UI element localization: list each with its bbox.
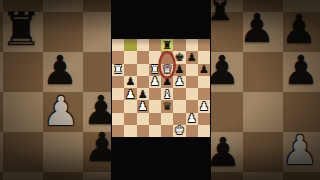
square-h4[interactable] bbox=[198, 88, 210, 100]
black-queen-piece: ♛ bbox=[162, 101, 172, 112]
square-b7[interactable] bbox=[124, 51, 136, 63]
square-b6[interactable] bbox=[124, 64, 136, 76]
square-f2[interactable] bbox=[173, 113, 185, 125]
square-f5[interactable]: ♟ bbox=[173, 76, 185, 88]
square-d8[interactable] bbox=[149, 39, 161, 51]
black-pawn-piece: ♟ bbox=[162, 76, 172, 87]
square-d7[interactable] bbox=[149, 51, 161, 63]
square-d4[interactable] bbox=[149, 88, 161, 100]
black-rook-piece: ♜ bbox=[162, 40, 172, 51]
square-b5[interactable]: ♟ bbox=[124, 76, 136, 88]
square-c3[interactable]: ♟ bbox=[137, 100, 149, 112]
black-pawn-piece: ♟ bbox=[187, 52, 197, 63]
white-rook-piece: ♜ bbox=[150, 64, 160, 75]
square-b1[interactable] bbox=[124, 125, 136, 137]
square-c4[interactable]: ♟ bbox=[137, 88, 149, 100]
square-g4[interactable] bbox=[186, 88, 198, 100]
square-d1[interactable] bbox=[149, 125, 161, 137]
square-d3[interactable] bbox=[149, 100, 161, 112]
square-e2[interactable] bbox=[161, 113, 173, 125]
white-pawn-piece: ♟ bbox=[199, 101, 209, 112]
black-pawn-piece: ♟ bbox=[125, 76, 135, 87]
white-pawn-piece: ♟ bbox=[150, 76, 160, 87]
square-d2[interactable] bbox=[149, 113, 161, 125]
square-c2[interactable] bbox=[137, 113, 149, 125]
square-e3[interactable]: ♛ bbox=[161, 100, 173, 112]
chess-board: ♜♚♟♜♜♛♟♟♟♟♟♟♟♟♝♟♛♟♟♚ bbox=[112, 39, 210, 137]
square-b2[interactable] bbox=[124, 113, 136, 125]
square-e1[interactable] bbox=[161, 125, 173, 137]
white-pawn-piece: ♟ bbox=[138, 101, 148, 112]
background-white-pawn-piece: ♟ bbox=[43, 91, 79, 131]
square-c5[interactable] bbox=[137, 76, 149, 88]
square-c7[interactable] bbox=[137, 51, 149, 63]
square-e4[interactable]: ♝ bbox=[161, 88, 173, 100]
background-black-pawn-piece: ♟ bbox=[239, 8, 275, 48]
square-h5[interactable] bbox=[198, 76, 210, 88]
square-a3[interactable] bbox=[112, 100, 124, 112]
square-b3[interactable] bbox=[124, 100, 136, 112]
white-queen-piece: ♛ bbox=[162, 64, 172, 75]
background-black-pawn-piece: ♟ bbox=[281, 9, 317, 49]
background-white-pawn-piece: ♟ bbox=[282, 130, 318, 170]
square-g1[interactable] bbox=[186, 125, 198, 137]
background-black-pawn-piece: ♟ bbox=[283, 50, 319, 90]
square-c8[interactable] bbox=[137, 39, 149, 51]
white-pawn-piece: ♟ bbox=[187, 113, 197, 124]
square-a8[interactable] bbox=[112, 39, 124, 51]
square-d5[interactable]: ♟ bbox=[149, 76, 161, 88]
square-b4[interactable]: ♟ bbox=[124, 88, 136, 100]
black-pawn-piece: ♟ bbox=[199, 64, 209, 75]
black-pawn-piece: ♟ bbox=[138, 89, 148, 100]
black-king-piece: ♚ bbox=[174, 52, 184, 63]
video-frame: ♜♟♟♟♟♝♟♟♟♟♟♟ ♜♚♟♜♜♛♟♟♟♟♟♟♟♟♝♟♛♟♟♚ bbox=[0, 0, 320, 180]
square-g2[interactable]: ♟ bbox=[186, 113, 198, 125]
square-g3[interactable] bbox=[186, 100, 198, 112]
square-f1[interactable]: ♚ bbox=[173, 125, 185, 137]
square-c1[interactable] bbox=[137, 125, 149, 137]
square-h8[interactable] bbox=[198, 39, 210, 51]
square-d6[interactable]: ♜ bbox=[149, 64, 161, 76]
square-a7[interactable] bbox=[112, 51, 124, 63]
square-h1[interactable] bbox=[198, 125, 210, 137]
square-h6[interactable]: ♟ bbox=[198, 64, 210, 76]
white-bishop-piece: ♝ bbox=[162, 89, 172, 100]
square-f6[interactable]: ♟ bbox=[173, 64, 185, 76]
square-h2[interactable] bbox=[198, 113, 210, 125]
square-f3[interactable] bbox=[173, 100, 185, 112]
background-black-pawn-piece: ♟ bbox=[42, 50, 78, 90]
square-h3[interactable]: ♟ bbox=[198, 100, 210, 112]
white-pawn-piece: ♟ bbox=[125, 89, 135, 100]
square-c6[interactable] bbox=[137, 64, 149, 76]
square-e8[interactable]: ♜ bbox=[161, 39, 173, 51]
square-a2[interactable] bbox=[112, 113, 124, 125]
square-g7[interactable]: ♟ bbox=[186, 51, 198, 63]
square-f8[interactable] bbox=[173, 39, 185, 51]
square-f7[interactable]: ♚ bbox=[173, 51, 185, 63]
square-a5[interactable] bbox=[112, 76, 124, 88]
square-g8[interactable] bbox=[186, 39, 198, 51]
square-e5[interactable]: ♟ bbox=[161, 76, 173, 88]
black-pawn-piece: ♟ bbox=[174, 64, 184, 75]
square-a1[interactable] bbox=[112, 125, 124, 137]
white-pawn-piece: ♟ bbox=[174, 76, 184, 87]
square-g5[interactable] bbox=[186, 76, 198, 88]
square-g6[interactable] bbox=[186, 64, 198, 76]
white-king-piece: ♚ bbox=[174, 125, 184, 136]
square-h7[interactable] bbox=[198, 51, 210, 63]
background-black-rook-piece: ♜ bbox=[0, 6, 41, 52]
white-rook-piece: ♜ bbox=[113, 64, 123, 75]
square-f4[interactable] bbox=[173, 88, 185, 100]
square-e6[interactable]: ♛ bbox=[161, 64, 173, 76]
square-a6[interactable]: ♜ bbox=[112, 64, 124, 76]
square-e7[interactable] bbox=[161, 51, 173, 63]
square-b8[interactable] bbox=[124, 39, 136, 51]
square-a4[interactable] bbox=[112, 88, 124, 100]
